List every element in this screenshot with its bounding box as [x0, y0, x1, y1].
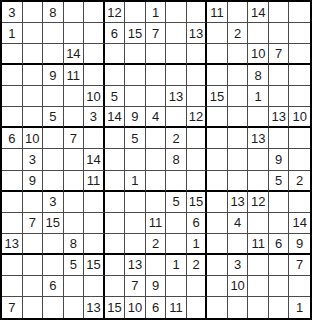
cell-r14c1-empty[interactable]: [2, 276, 23, 297]
cell-r8c12-empty[interactable]: [228, 149, 249, 170]
cell-r11c8-given[interactable]: 11: [146, 213, 167, 234]
cell-r15c11-empty[interactable]: [207, 297, 228, 318]
cell-r7c1-given[interactable]: 6: [2, 128, 23, 149]
cell-r8c7-empty[interactable]: [125, 149, 146, 170]
cell-r14c12-given[interactable]: 10: [228, 276, 249, 297]
cell-r12c8-given[interactable]: 2: [146, 234, 167, 255]
cell-r2c9-empty[interactable]: [166, 23, 187, 44]
cell-r15c8-given[interactable]: 6: [146, 297, 167, 318]
cell-r8c4-empty[interactable]: [64, 149, 85, 170]
cell-r3c3-empty[interactable]: [43, 44, 64, 65]
cell-r9c15-given[interactable]: 2: [289, 171, 310, 192]
cell-r15c12-empty[interactable]: [228, 297, 249, 318]
cell-r9c9-empty[interactable]: [166, 171, 187, 192]
cell-r15c7-given[interactable]: 10: [125, 297, 146, 318]
cell-r11c9-empty[interactable]: [166, 213, 187, 234]
cell-r15c3-empty[interactable]: [43, 297, 64, 318]
cell-r13c10-given[interactable]: 2: [187, 255, 208, 276]
cell-r9c4-empty[interactable]: [64, 171, 85, 192]
cell-r9c13-empty[interactable]: [248, 171, 269, 192]
cell-r7c9-given[interactable]: 2: [166, 128, 187, 149]
cell-r8c6-empty[interactable]: [105, 149, 126, 170]
cell-r7c10-empty[interactable]: [187, 128, 208, 149]
cell-r2c7-given[interactable]: 15: [125, 23, 146, 44]
cell-r6c6-given[interactable]: 14: [105, 107, 126, 128]
cell-r4c11-empty[interactable]: [207, 65, 228, 86]
cell-r7c14-empty[interactable]: [269, 128, 290, 149]
cell-r9c3-empty[interactable]: [43, 171, 64, 192]
cell-r10c15-empty[interactable]: [289, 192, 310, 213]
cell-r13c9-given[interactable]: 1: [166, 255, 187, 276]
cell-r3c5-empty[interactable]: [84, 44, 105, 65]
cell-r3c4-given[interactable]: 14: [64, 44, 85, 65]
cell-r11c3-given[interactable]: 15: [43, 213, 64, 234]
cell-r11c6-empty[interactable]: [105, 213, 126, 234]
cell-r2c1-given[interactable]: 1: [2, 23, 23, 44]
cell-r6c15-given[interactable]: 10: [289, 107, 310, 128]
cell-r13c14-empty[interactable]: [269, 255, 290, 276]
cell-r3c10-empty[interactable]: [187, 44, 208, 65]
cell-r10c8-empty[interactable]: [146, 192, 167, 213]
cell-r6c12-empty[interactable]: [228, 107, 249, 128]
cell-r8c5-given[interactable]: 14: [84, 149, 105, 170]
cell-r10c5-empty[interactable]: [84, 192, 105, 213]
cell-r10c10-given[interactable]: 15: [187, 192, 208, 213]
cell-r11c2-given[interactable]: 7: [23, 213, 44, 234]
cell-r6c9-empty[interactable]: [166, 107, 187, 128]
cell-r15c9-given[interactable]: 11: [166, 297, 187, 318]
cell-r14c14-empty[interactable]: [269, 276, 290, 297]
cell-r6c8-given[interactable]: 4: [146, 107, 167, 128]
cell-r5c2-empty[interactable]: [23, 86, 44, 107]
cell-r5c10-empty[interactable]: [187, 86, 208, 107]
cell-r14c11-empty[interactable]: [207, 276, 228, 297]
cell-r7c13-given[interactable]: 13: [248, 128, 269, 149]
cell-r5c9-given[interactable]: 13: [166, 86, 187, 107]
cell-r1c11-given[interactable]: 11: [207, 2, 228, 23]
cell-r7c5-empty[interactable]: [84, 128, 105, 149]
cell-r7c11-empty[interactable]: [207, 128, 228, 149]
cell-r2c14-empty[interactable]: [269, 23, 290, 44]
cell-r5c15-empty[interactable]: [289, 86, 310, 107]
cell-r5c4-empty[interactable]: [64, 86, 85, 107]
cell-r2c11-empty[interactable]: [207, 23, 228, 44]
cell-r1c12-empty[interactable]: [228, 2, 249, 23]
cell-r13c12-given[interactable]: 3: [228, 255, 249, 276]
cell-r11c11-empty[interactable]: [207, 213, 228, 234]
cell-r12c4-given[interactable]: 8: [64, 234, 85, 255]
cell-r5c14-empty[interactable]: [269, 86, 290, 107]
cell-r2c4-empty[interactable]: [64, 23, 85, 44]
cell-r6c11-empty[interactable]: [207, 107, 228, 128]
cell-r2c10-given[interactable]: 13: [187, 23, 208, 44]
cell-r12c6-empty[interactable]: [105, 234, 126, 255]
cell-r4c2-empty[interactable]: [23, 65, 44, 86]
cell-r2c15-empty[interactable]: [289, 23, 310, 44]
cell-r6c4-empty[interactable]: [64, 107, 85, 128]
cell-r12c15-given[interactable]: 9: [289, 234, 310, 255]
cell-r9c7-given[interactable]: 1: [125, 171, 146, 192]
cell-r4c3-given[interactable]: 9: [43, 65, 64, 86]
cell-r4c4-given[interactable]: 11: [64, 65, 85, 86]
cell-r8c1-empty[interactable]: [2, 149, 23, 170]
cell-r14c5-empty[interactable]: [84, 276, 105, 297]
cell-r14c13-empty[interactable]: [248, 276, 269, 297]
cell-r12c1-given[interactable]: 13: [2, 234, 23, 255]
cell-r11c10-given[interactable]: 6: [187, 213, 208, 234]
cell-r1c15-empty[interactable]: [289, 2, 310, 23]
cell-r10c2-empty[interactable]: [23, 192, 44, 213]
cell-r13c1-empty[interactable]: [2, 255, 23, 276]
cell-r7c12-empty[interactable]: [228, 128, 249, 149]
cell-r10c13-given[interactable]: 12: [248, 192, 269, 213]
cell-r10c1-empty[interactable]: [2, 192, 23, 213]
cell-r13c15-given[interactable]: 7: [289, 255, 310, 276]
cell-r5c11-given[interactable]: 15: [207, 86, 228, 107]
cell-r9c8-empty[interactable]: [146, 171, 167, 192]
cell-r13c7-given[interactable]: 13: [125, 255, 146, 276]
cell-r13c3-empty[interactable]: [43, 255, 64, 276]
cell-r12c9-empty[interactable]: [166, 234, 187, 255]
cell-r13c5-given[interactable]: 15: [84, 255, 105, 276]
cell-r6c3-given[interactable]: 5: [43, 107, 64, 128]
cell-r3c1-empty[interactable]: [2, 44, 23, 65]
cell-r12c7-empty[interactable]: [125, 234, 146, 255]
cell-r7c8-empty[interactable]: [146, 128, 167, 149]
cell-r15c1-given[interactable]: 7: [2, 297, 23, 318]
cell-r15c15-given[interactable]: 1: [289, 297, 310, 318]
cell-r2c2-empty[interactable]: [23, 23, 44, 44]
cell-r3c11-empty[interactable]: [207, 44, 228, 65]
cell-r8c3-empty[interactable]: [43, 149, 64, 170]
cell-r9c1-empty[interactable]: [2, 171, 23, 192]
cell-r3c15-empty[interactable]: [289, 44, 310, 65]
cell-r12c10-given[interactable]: 1: [187, 234, 208, 255]
cell-r4c7-empty[interactable]: [125, 65, 146, 86]
cell-r3c12-empty[interactable]: [228, 44, 249, 65]
cell-r2c8-given[interactable]: 7: [146, 23, 167, 44]
cell-r1c3-given[interactable]: 8: [43, 2, 64, 23]
cell-r3c13-given[interactable]: 10: [248, 44, 269, 65]
cell-r12c11-empty[interactable]: [207, 234, 228, 255]
cell-r11c5-empty[interactable]: [84, 213, 105, 234]
cell-r5c6-given[interactable]: 5: [105, 86, 126, 107]
cell-r1c6-given[interactable]: 12: [105, 2, 126, 23]
cell-r15c14-empty[interactable]: [269, 297, 290, 318]
cell-r8c2-given[interactable]: 3: [23, 149, 44, 170]
cell-r13c2-empty[interactable]: [23, 255, 44, 276]
cell-r12c12-empty[interactable]: [228, 234, 249, 255]
cell-r8c15-empty[interactable]: [289, 149, 310, 170]
cell-r9c2-given[interactable]: 9: [23, 171, 44, 192]
cell-r4c15-empty[interactable]: [289, 65, 310, 86]
cell-r5c13-given[interactable]: 1: [248, 86, 269, 107]
cell-r3c9-empty[interactable]: [166, 44, 187, 65]
cell-r14c2-empty[interactable]: [23, 276, 44, 297]
cell-r15c6-given[interactable]: 15: [105, 297, 126, 318]
cell-r15c5-given[interactable]: 13: [84, 297, 105, 318]
cell-r11c14-empty[interactable]: [269, 213, 290, 234]
cell-r8c8-empty[interactable]: [146, 149, 167, 170]
cell-r10c9-given[interactable]: 5: [166, 192, 187, 213]
cell-r14c6-empty[interactable]: [105, 276, 126, 297]
cell-r2c12-given[interactable]: 2: [228, 23, 249, 44]
cell-r5c5-given[interactable]: 10: [84, 86, 105, 107]
cell-r1c2-empty[interactable]: [23, 2, 44, 23]
cell-r15c2-empty[interactable]: [23, 297, 44, 318]
cell-r2c3-empty[interactable]: [43, 23, 64, 44]
cell-r10c3-given[interactable]: 3: [43, 192, 64, 213]
cell-r9c14-given[interactable]: 5: [269, 171, 290, 192]
cell-r6c13-empty[interactable]: [248, 107, 269, 128]
cell-r4c1-empty[interactable]: [2, 65, 23, 86]
cell-r1c7-empty[interactable]: [125, 2, 146, 23]
cell-r1c14-empty[interactable]: [269, 2, 290, 23]
cell-r4c12-empty[interactable]: [228, 65, 249, 86]
cell-r9c5-given[interactable]: 11: [84, 171, 105, 192]
cell-r2c5-empty[interactable]: [84, 23, 105, 44]
cell-r11c15-given[interactable]: 14: [289, 213, 310, 234]
cell-r13c13-empty[interactable]: [248, 255, 269, 276]
cell-r15c13-empty[interactable]: [248, 297, 269, 318]
cell-r6c10-given[interactable]: 12: [187, 107, 208, 128]
cell-r11c4-empty[interactable]: [64, 213, 85, 234]
cell-r4c13-given[interactable]: 8: [248, 65, 269, 86]
cell-r2c6-given[interactable]: 6: [105, 23, 126, 44]
cell-r12c13-given[interactable]: 11: [248, 234, 269, 255]
cell-r1c4-empty[interactable]: [64, 2, 85, 23]
cell-r7c3-empty[interactable]: [43, 128, 64, 149]
cell-r8c14-given[interactable]: 9: [269, 149, 290, 170]
cell-r14c10-empty[interactable]: [187, 276, 208, 297]
cell-r3c8-empty[interactable]: [146, 44, 167, 65]
cell-r5c7-empty[interactable]: [125, 86, 146, 107]
cell-r9c6-empty[interactable]: [105, 171, 126, 192]
cell-r13c11-empty[interactable]: [207, 255, 228, 276]
cell-r8c11-empty[interactable]: [207, 149, 228, 170]
cell-r5c3-empty[interactable]: [43, 86, 64, 107]
cell-r14c4-empty[interactable]: [64, 276, 85, 297]
cell-r7c2-given[interactable]: 10: [23, 128, 44, 149]
cell-r6c1-empty[interactable]: [2, 107, 23, 128]
cell-r8c10-empty[interactable]: [187, 149, 208, 170]
cell-r15c10-empty[interactable]: [187, 297, 208, 318]
cell-r12c2-empty[interactable]: [23, 234, 44, 255]
cell-r3c14-given[interactable]: 7: [269, 44, 290, 65]
cell-r13c8-empty[interactable]: [146, 255, 167, 276]
cell-r8c13-empty[interactable]: [248, 149, 269, 170]
cell-r1c5-empty[interactable]: [84, 2, 105, 23]
cell-r8c9-given[interactable]: 8: [166, 149, 187, 170]
cell-r14c3-given[interactable]: 6: [43, 276, 64, 297]
cell-r13c6-empty[interactable]: [105, 255, 126, 276]
cell-r15c4-empty[interactable]: [64, 297, 85, 318]
cell-r14c8-given[interactable]: 9: [146, 276, 167, 297]
cell-r14c15-empty[interactable]: [289, 276, 310, 297]
cell-r10c6-empty[interactable]: [105, 192, 126, 213]
cell-r10c7-empty[interactable]: [125, 192, 146, 213]
cell-r11c13-empty[interactable]: [248, 213, 269, 234]
cell-r5c12-empty[interactable]: [228, 86, 249, 107]
cell-r4c6-empty[interactable]: [105, 65, 126, 86]
cell-r4c5-empty[interactable]: [84, 65, 105, 86]
cell-r10c11-empty[interactable]: [207, 192, 228, 213]
cell-r6c7-given[interactable]: 9: [125, 107, 146, 128]
cell-r10c4-empty[interactable]: [64, 192, 85, 213]
cell-r6c14-given[interactable]: 13: [269, 107, 290, 128]
cell-r11c1-empty[interactable]: [2, 213, 23, 234]
cell-r5c8-empty[interactable]: [146, 86, 167, 107]
cell-r6c2-empty[interactable]: [23, 107, 44, 128]
cell-r7c6-empty[interactable]: [105, 128, 126, 149]
cell-r12c3-empty[interactable]: [43, 234, 64, 255]
cell-r7c7-given[interactable]: 5: [125, 128, 146, 149]
cell-r11c7-empty[interactable]: [125, 213, 146, 234]
cell-r1c8-given[interactable]: 1: [146, 2, 167, 23]
cell-r13c4-given[interactable]: 5: [64, 255, 85, 276]
cell-r12c5-empty[interactable]: [84, 234, 105, 255]
cell-r10c12-given[interactable]: 13: [228, 192, 249, 213]
cell-r1c1-given[interactable]: 3: [2, 2, 23, 23]
cell-r9c11-empty[interactable]: [207, 171, 228, 192]
cell-r7c15-empty[interactable]: [289, 128, 310, 149]
cell-r10c14-empty[interactable]: [269, 192, 290, 213]
cell-r1c9-empty[interactable]: [166, 2, 187, 23]
sudoku-board: 3812111141615713214107911810513151531494…: [0, 0, 312, 320]
cell-r14c9-empty[interactable]: [166, 276, 187, 297]
cell-r3c6-empty[interactable]: [105, 44, 126, 65]
cell-r9c12-empty[interactable]: [228, 171, 249, 192]
cell-r1c10-empty[interactable]: [187, 2, 208, 23]
cell-r1c13-given[interactable]: 14: [248, 2, 269, 23]
cell-r6c5-given[interactable]: 3: [84, 107, 105, 128]
cell-r9c10-empty[interactable]: [187, 171, 208, 192]
cell-r5c1-empty[interactable]: [2, 86, 23, 107]
cell-r3c7-empty[interactable]: [125, 44, 146, 65]
cell-r14c7-given[interactable]: 7: [125, 276, 146, 297]
cell-r11c12-given[interactable]: 4: [228, 213, 249, 234]
cell-r4c8-empty[interactable]: [146, 65, 167, 86]
cell-r4c9-empty[interactable]: [166, 65, 187, 86]
cell-r3c2-empty[interactable]: [23, 44, 44, 65]
cell-r7c4-given[interactable]: 7: [64, 128, 85, 149]
cell-r4c10-empty[interactable]: [187, 65, 208, 86]
cell-r4c14-empty[interactable]: [269, 65, 290, 86]
cell-r2c13-empty[interactable]: [248, 23, 269, 44]
cell-r12c14-given[interactable]: 6: [269, 234, 290, 255]
